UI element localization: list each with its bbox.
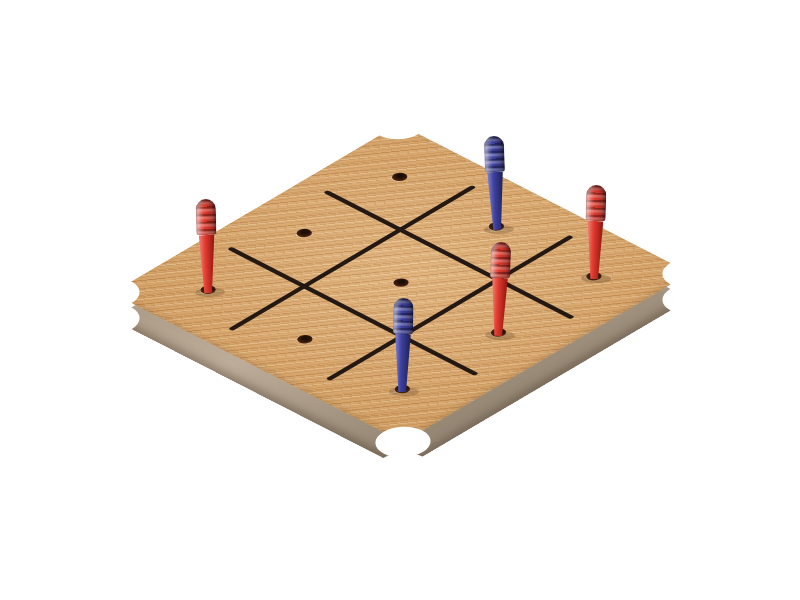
peg-hole: [198, 284, 220, 296]
peg-hole: [391, 383, 413, 395]
peg-hole: [293, 227, 315, 239]
peg-hole: [390, 277, 412, 289]
peg-hole: [294, 333, 316, 345]
peg-hole: [487, 327, 509, 339]
peg-grip-ridges: [483, 135, 504, 172]
peg-hole: [583, 270, 605, 282]
board-top-face: [112, 124, 690, 442]
peg-hole: [389, 171, 411, 183]
peg-hole: [486, 221, 508, 233]
peg-grip-ridges: [196, 198, 217, 235]
board-grid: [112, 124, 690, 442]
peg-grip-ridges: [585, 185, 606, 222]
scene: [0, 0, 800, 600]
